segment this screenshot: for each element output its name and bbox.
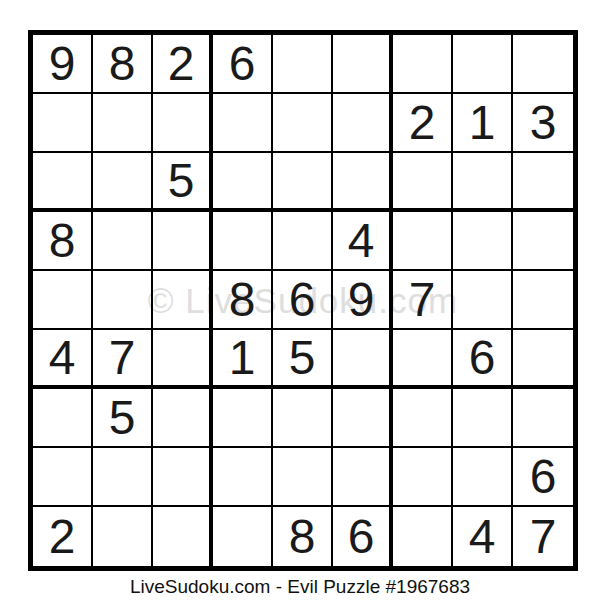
sudoku-cell-r9c7[interactable] <box>393 507 453 566</box>
sudoku-cell-r5c2[interactable] <box>93 271 153 330</box>
sudoku-cell-r9c8[interactable]: 4 <box>453 507 513 566</box>
sudoku-cell-r1c4[interactable]: 6 <box>213 35 273 94</box>
sudoku-cell-r3c9[interactable] <box>513 153 573 212</box>
sudoku-cell-r2c6[interactable] <box>333 94 393 153</box>
sudoku-cell-r6c1[interactable]: 4 <box>33 330 93 389</box>
sudoku-cell-r9c1[interactable]: 2 <box>33 507 93 566</box>
sudoku-cell-r4c1[interactable]: 8 <box>33 212 93 271</box>
sudoku-cell-r1c9[interactable] <box>513 35 573 94</box>
sudoku-cell-r9c5[interactable]: 8 <box>273 507 333 566</box>
sudoku-cell-r9c2[interactable] <box>93 507 153 566</box>
sudoku-cell-r4c5[interactable] <box>273 212 333 271</box>
sudoku-cell-r8c7[interactable] <box>393 448 453 507</box>
sudoku-cell-r2c7[interactable]: 2 <box>393 94 453 153</box>
sudoku-cell-r4c2[interactable] <box>93 212 153 271</box>
sudoku-cell-r4c8[interactable] <box>453 212 513 271</box>
sudoku-cell-r7c9[interactable] <box>513 389 573 448</box>
sudoku-cell-r5c7[interactable]: 7 <box>393 271 453 330</box>
sudoku-cell-r3c3[interactable]: 5 <box>153 153 213 212</box>
sudoku-cell-r4c9[interactable] <box>513 212 573 271</box>
sudoku-cell-r2c8[interactable]: 1 <box>453 94 513 153</box>
sudoku-cell-r3c7[interactable] <box>393 153 453 212</box>
sudoku-cell-r9c6[interactable]: 6 <box>333 507 393 566</box>
sudoku-cell-r3c4[interactable] <box>213 153 273 212</box>
sudoku-cell-r8c1[interactable] <box>33 448 93 507</box>
sudoku-cell-r4c3[interactable] <box>153 212 213 271</box>
sudoku-cell-r6c6[interactable] <box>333 330 393 389</box>
sudoku-cell-r1c5[interactable] <box>273 35 333 94</box>
sudoku-cell-r7c3[interactable] <box>153 389 213 448</box>
sudoku-cell-r7c1[interactable] <box>33 389 93 448</box>
sudoku-cell-r1c2[interactable]: 8 <box>93 35 153 94</box>
sudoku-cell-r4c6[interactable]: 4 <box>333 212 393 271</box>
puzzle-caption: LiveSudoku.com - Evil Puzzle #1967683 <box>0 576 600 598</box>
sudoku-cell-r5c9[interactable] <box>513 271 573 330</box>
sudoku-cell-r5c3[interactable] <box>153 271 213 330</box>
sudoku-cell-r3c5[interactable] <box>273 153 333 212</box>
sudoku-cell-r9c4[interactable] <box>213 507 273 566</box>
sudoku-cell-r2c9[interactable]: 3 <box>513 94 573 153</box>
sudoku-cell-r8c8[interactable] <box>453 448 513 507</box>
sudoku-cell-r2c3[interactable] <box>153 94 213 153</box>
sudoku-cell-r2c4[interactable] <box>213 94 273 153</box>
sudoku-cell-r9c3[interactable] <box>153 507 213 566</box>
sudoku-cell-r4c4[interactable] <box>213 212 273 271</box>
sudoku-cell-r6c4[interactable]: 1 <box>213 330 273 389</box>
sudoku-board: © LiveSudoku.com 98262135848697471565628… <box>28 30 578 571</box>
sudoku-cell-r6c9[interactable] <box>513 330 573 389</box>
sudoku-cell-r2c1[interactable] <box>33 94 93 153</box>
sudoku-cell-r8c3[interactable] <box>153 448 213 507</box>
sudoku-cell-r7c5[interactable] <box>273 389 333 448</box>
sudoku-cell-r8c9[interactable]: 6 <box>513 448 573 507</box>
sudoku-cell-r5c8[interactable] <box>453 271 513 330</box>
sudoku-cell-r3c6[interactable] <box>333 153 393 212</box>
sudoku-cell-r8c4[interactable] <box>213 448 273 507</box>
sudoku-cell-r7c2[interactable]: 5 <box>93 389 153 448</box>
sudoku-cell-r1c1[interactable]: 9 <box>33 35 93 94</box>
sudoku-cell-r2c5[interactable] <box>273 94 333 153</box>
sudoku-cell-r6c2[interactable]: 7 <box>93 330 153 389</box>
sudoku-cell-r5c5[interactable]: 6 <box>273 271 333 330</box>
sudoku-cell-r4c7[interactable] <box>393 212 453 271</box>
sudoku-cell-r8c2[interactable] <box>93 448 153 507</box>
sudoku-cell-r3c2[interactable] <box>93 153 153 212</box>
sudoku-cell-r3c8[interactable] <box>453 153 513 212</box>
sudoku-cell-r7c8[interactable] <box>453 389 513 448</box>
sudoku-cell-r7c4[interactable] <box>213 389 273 448</box>
sudoku-cell-r1c6[interactable] <box>333 35 393 94</box>
sudoku-cell-r6c3[interactable] <box>153 330 213 389</box>
sudoku-cell-r3c1[interactable] <box>33 153 93 212</box>
sudoku-cell-r8c5[interactable] <box>273 448 333 507</box>
sudoku-cell-r6c7[interactable] <box>393 330 453 389</box>
sudoku-cell-r7c6[interactable] <box>333 389 393 448</box>
sudoku-cell-r1c3[interactable]: 2 <box>153 35 213 94</box>
sudoku-cell-r8c6[interactable] <box>333 448 393 507</box>
sudoku-cell-r2c2[interactable] <box>93 94 153 153</box>
sudoku-cell-r6c5[interactable]: 5 <box>273 330 333 389</box>
sudoku-cell-r5c1[interactable] <box>33 271 93 330</box>
sudoku-cell-r1c7[interactable] <box>393 35 453 94</box>
sudoku-cell-r9c9[interactable]: 7 <box>513 507 573 566</box>
sudoku-cell-r7c7[interactable] <box>393 389 453 448</box>
sudoku-cell-r5c6[interactable]: 9 <box>333 271 393 330</box>
sudoku-cell-r1c8[interactable] <box>453 35 513 94</box>
sudoku-cell-r5c4[interactable]: 8 <box>213 271 273 330</box>
sudoku-cell-r6c8[interactable]: 6 <box>453 330 513 389</box>
